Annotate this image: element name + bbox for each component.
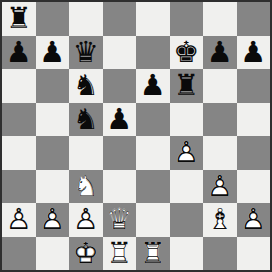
- piece-outline-glyph: ♖: [136, 237, 170, 271]
- black-pawn[interactable]: ♟: [203, 36, 237, 70]
- square-a6[interactable]: [2, 69, 36, 103]
- white-rook[interactable]: ♜♖: [103, 237, 137, 271]
- square-e3[interactable]: [136, 170, 170, 204]
- piece-outline-glyph: ♙: [2, 203, 36, 237]
- piece-glyph: ♟: [2, 36, 36, 70]
- square-e6[interactable]: ♟: [136, 69, 170, 103]
- piece-glyph: ♟: [103, 103, 137, 137]
- black-pawn[interactable]: ♟: [103, 103, 137, 137]
- piece-outline-glyph: ♙: [36, 203, 70, 237]
- square-e4[interactable]: [136, 136, 170, 170]
- square-h3[interactable]: [237, 170, 271, 204]
- white-pawn[interactable]: ♟♙: [36, 203, 70, 237]
- square-g1[interactable]: [203, 237, 237, 271]
- piece-glyph: ♞: [69, 69, 103, 103]
- piece-outline-glyph: ♔: [69, 237, 103, 271]
- white-rook[interactable]: ♜♖: [136, 237, 170, 271]
- square-b3[interactable]: [36, 170, 70, 204]
- square-e2[interactable]: [136, 203, 170, 237]
- piece-outline-glyph: ♘: [69, 170, 103, 204]
- square-a2[interactable]: ♟♙: [2, 203, 36, 237]
- white-pawn[interactable]: ♟♙: [69, 203, 103, 237]
- square-c4[interactable]: [69, 136, 103, 170]
- white-pawn[interactable]: ♟♙: [203, 170, 237, 204]
- square-h5[interactable]: [237, 103, 271, 137]
- square-c3[interactable]: ♞♘: [69, 170, 103, 204]
- square-a1[interactable]: [2, 237, 36, 271]
- square-e5[interactable]: [136, 103, 170, 137]
- square-b5[interactable]: [36, 103, 70, 137]
- square-h4[interactable]: [237, 136, 271, 170]
- square-b6[interactable]: [36, 69, 70, 103]
- white-pawn[interactable]: ♟♙: [2, 203, 36, 237]
- square-a8[interactable]: ♜: [2, 2, 36, 36]
- square-b2[interactable]: ♟♙: [36, 203, 70, 237]
- white-pawn[interactable]: ♟♙: [170, 136, 204, 170]
- piece-outline-glyph: ♕: [103, 203, 137, 237]
- square-e1[interactable]: ♜♖: [136, 237, 170, 271]
- piece-outline-glyph: ♗: [203, 203, 237, 237]
- piece-outline-glyph: ♙: [69, 203, 103, 237]
- square-c5[interactable]: ♞: [69, 103, 103, 137]
- black-pawn[interactable]: ♟: [2, 36, 36, 70]
- white-knight[interactable]: ♞♘: [69, 170, 103, 204]
- piece-glyph: ♜: [170, 69, 204, 103]
- square-c7[interactable]: ♛: [69, 36, 103, 70]
- square-b1[interactable]: [36, 237, 70, 271]
- square-c2[interactable]: ♟♙: [69, 203, 103, 237]
- piece-glyph: ♚: [170, 36, 204, 70]
- piece-outline-glyph: ♙: [203, 170, 237, 204]
- square-d5[interactable]: ♟: [103, 103, 137, 137]
- piece-glyph: ♟: [36, 36, 70, 70]
- square-d2[interactable]: ♛♕: [103, 203, 137, 237]
- square-g4[interactable]: [203, 136, 237, 170]
- square-d4[interactable]: [103, 136, 137, 170]
- square-f7[interactable]: ♚: [170, 36, 204, 70]
- square-f2[interactable]: [170, 203, 204, 237]
- square-e8[interactable]: [136, 2, 170, 36]
- square-f4[interactable]: ♟♙: [170, 136, 204, 170]
- square-f3[interactable]: [170, 170, 204, 204]
- square-f8[interactable]: [170, 2, 204, 36]
- square-g6[interactable]: [203, 69, 237, 103]
- chess-board-frame: ♜♟♟♛♚♟♟♞♟♜♞♟♟♙♞♘♟♙♟♙♟♙♟♙♛♕♝♗♟♙♚♔♜♖♜♖: [0, 0, 272, 272]
- square-e7[interactable]: [136, 36, 170, 70]
- black-pawn[interactable]: ♟: [36, 36, 70, 70]
- black-knight[interactable]: ♞: [69, 103, 103, 137]
- square-h7[interactable]: ♟: [237, 36, 271, 70]
- square-f5[interactable]: [170, 103, 204, 137]
- piece-outline-glyph: ♙: [237, 203, 271, 237]
- piece-glyph: ♞: [69, 103, 103, 137]
- black-king[interactable]: ♚: [170, 36, 204, 70]
- square-h2[interactable]: ♟♙: [237, 203, 271, 237]
- square-d8[interactable]: [103, 2, 137, 36]
- square-a7[interactable]: ♟: [2, 36, 36, 70]
- square-f1[interactable]: [170, 237, 204, 271]
- square-c8[interactable]: [69, 2, 103, 36]
- square-a4[interactable]: [2, 136, 36, 170]
- white-pawn[interactable]: ♟♙: [237, 203, 271, 237]
- black-pawn[interactable]: ♟: [136, 69, 170, 103]
- square-h8[interactable]: [237, 2, 271, 36]
- black-rook[interactable]: ♜: [170, 69, 204, 103]
- square-g7[interactable]: ♟: [203, 36, 237, 70]
- square-c6[interactable]: ♞: [69, 69, 103, 103]
- square-a3[interactable]: [2, 170, 36, 204]
- square-a5[interactable]: [2, 103, 36, 137]
- square-g2[interactable]: ♝♗: [203, 203, 237, 237]
- square-b7[interactable]: ♟: [36, 36, 70, 70]
- piece-outline-glyph: ♙: [170, 136, 204, 170]
- black-queen[interactable]: ♛: [69, 36, 103, 70]
- piece-glyph: ♛: [69, 36, 103, 70]
- square-b8[interactable]: [36, 2, 70, 36]
- square-d3[interactable]: [103, 170, 137, 204]
- piece-glyph: ♜: [2, 2, 36, 36]
- square-c1[interactable]: ♚♔: [69, 237, 103, 271]
- black-rook[interactable]: ♜: [2, 2, 36, 36]
- square-d7[interactable]: [103, 36, 137, 70]
- white-bishop[interactable]: ♝♗: [203, 203, 237, 237]
- piece-glyph: ♟: [237, 36, 271, 70]
- square-b4[interactable]: [36, 136, 70, 170]
- white-queen[interactable]: ♛♕: [103, 203, 137, 237]
- white-king[interactable]: ♚♔: [69, 237, 103, 271]
- piece-glyph: ♟: [203, 36, 237, 70]
- square-f6[interactable]: ♜: [170, 69, 204, 103]
- square-g5[interactable]: [203, 103, 237, 137]
- chess-board: ♜♟♟♛♚♟♟♞♟♜♞♟♟♙♞♘♟♙♟♙♟♙♟♙♛♕♝♗♟♙♚♔♜♖♜♖: [2, 2, 270, 270]
- black-pawn[interactable]: ♟: [237, 36, 271, 70]
- square-d1[interactable]: ♜♖: [103, 237, 137, 271]
- square-d6[interactable]: [103, 69, 137, 103]
- square-g8[interactable]: [203, 2, 237, 36]
- black-knight[interactable]: ♞: [69, 69, 103, 103]
- square-h6[interactable]: [237, 69, 271, 103]
- square-h1[interactable]: [237, 237, 271, 271]
- piece-outline-glyph: ♖: [103, 237, 137, 271]
- piece-glyph: ♟: [136, 69, 170, 103]
- square-g3[interactable]: ♟♙: [203, 170, 237, 204]
